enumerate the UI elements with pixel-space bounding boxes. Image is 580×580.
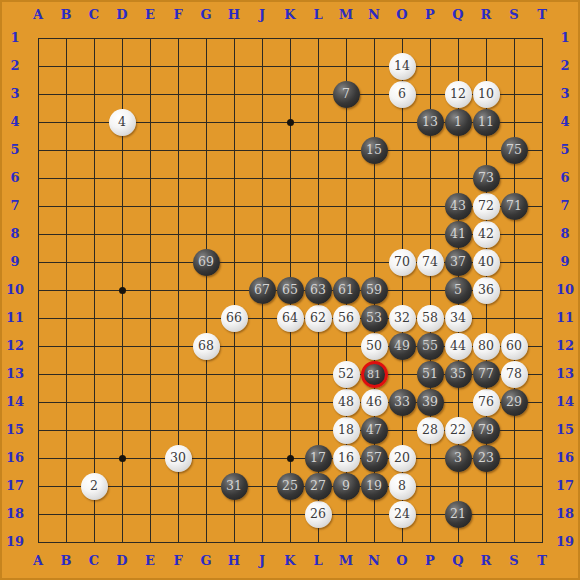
stone-black-3[interactable]: 3	[445, 445, 472, 472]
stone-black-23[interactable]: 23	[473, 445, 500, 472]
stone-black-11[interactable]: 11	[473, 109, 500, 136]
stone-black-59[interactable]: 59	[361, 277, 388, 304]
column-label: R	[472, 5, 500, 25]
stone-white-62[interactable]: 62	[305, 305, 332, 332]
stone-white-32[interactable]: 32	[389, 305, 416, 332]
stone-white-74[interactable]: 74	[417, 249, 444, 276]
column-label: T	[528, 5, 556, 25]
column-label: D	[108, 5, 136, 25]
stone-white-4[interactable]: 4	[109, 109, 136, 136]
stone-white-70[interactable]: 70	[389, 249, 416, 276]
star-point	[119, 287, 126, 294]
stone-black-49[interactable]: 49	[389, 333, 416, 360]
column-label: J	[248, 5, 276, 25]
stone-black-29[interactable]: 29	[501, 389, 528, 416]
stone-white-48[interactable]: 48	[333, 389, 360, 416]
stone-white-46[interactable]: 46	[361, 389, 388, 416]
stone-white-36[interactable]: 36	[473, 277, 500, 304]
stone-black-39[interactable]: 39	[417, 389, 444, 416]
column-label: P	[416, 5, 444, 25]
stone-black-37[interactable]: 37	[445, 249, 472, 276]
stone-white-20[interactable]: 20	[389, 445, 416, 472]
stone-white-68[interactable]: 68	[193, 333, 220, 360]
stone-black-9[interactable]: 9	[333, 473, 360, 500]
stone-white-42[interactable]: 42	[473, 221, 500, 248]
stone-black-27[interactable]: 27	[305, 473, 332, 500]
stone-black-71[interactable]: 71	[501, 193, 528, 220]
stone-white-66[interactable]: 66	[221, 305, 248, 332]
grid-line-horizontal	[38, 402, 543, 403]
column-label: K	[276, 5, 304, 25]
column-label: G	[192, 5, 220, 25]
stone-white-56[interactable]: 56	[333, 305, 360, 332]
stone-black-43[interactable]: 43	[445, 193, 472, 220]
stone-white-18[interactable]: 18	[333, 417, 360, 444]
stone-white-76[interactable]: 76	[473, 389, 500, 416]
column-label: E	[136, 5, 164, 25]
stone-white-26[interactable]: 26	[305, 501, 332, 528]
stone-black-51[interactable]: 51	[417, 361, 444, 388]
stone-black-75[interactable]: 75	[501, 137, 528, 164]
stone-black-5[interactable]: 5	[445, 277, 472, 304]
star-point	[287, 455, 294, 462]
stone-white-14[interactable]: 14	[389, 53, 416, 80]
column-label: L	[304, 5, 332, 25]
stone-black-25[interactable]: 25	[277, 473, 304, 500]
column-label: N	[360, 5, 388, 25]
stone-black-1[interactable]: 1	[445, 109, 472, 136]
stone-black-55[interactable]: 55	[417, 333, 444, 360]
column-label: O	[388, 5, 416, 25]
stone-black-47[interactable]: 47	[361, 417, 388, 444]
stone-white-12[interactable]: 12	[445, 81, 472, 108]
stone-white-22[interactable]: 22	[445, 417, 472, 444]
stone-white-64[interactable]: 64	[277, 305, 304, 332]
stone-white-10[interactable]: 10	[473, 81, 500, 108]
star-point	[119, 455, 126, 462]
stone-black-33[interactable]: 33	[389, 389, 416, 416]
stone-white-72[interactable]: 72	[473, 193, 500, 220]
stone-black-81-last-move[interactable]: 81	[361, 361, 388, 388]
stone-black-61[interactable]: 61	[333, 277, 360, 304]
stone-black-79[interactable]: 79	[473, 417, 500, 444]
stone-black-77[interactable]: 77	[473, 361, 500, 388]
stone-black-41[interactable]: 41	[445, 221, 472, 248]
stone-white-28[interactable]: 28	[417, 417, 444, 444]
column-label: B	[52, 5, 80, 25]
stone-black-7[interactable]: 7	[333, 81, 360, 108]
stone-black-17[interactable]: 17	[305, 445, 332, 472]
column-label: H	[220, 5, 248, 25]
stone-black-21[interactable]: 21	[445, 501, 472, 528]
stone-white-52[interactable]: 52	[333, 361, 360, 388]
stone-white-8[interactable]: 8	[389, 473, 416, 500]
stone-white-58[interactable]: 58	[417, 305, 444, 332]
stone-white-40[interactable]: 40	[473, 249, 500, 276]
stone-white-44[interactable]: 44	[445, 333, 472, 360]
stone-black-57[interactable]: 57	[361, 445, 388, 472]
stone-black-65[interactable]: 65	[277, 277, 304, 304]
column-label: A	[24, 5, 52, 25]
grid-line-vertical	[514, 38, 515, 543]
stone-white-6[interactable]: 6	[389, 81, 416, 108]
column-label: F	[164, 5, 192, 25]
column-label: C	[80, 5, 108, 25]
stone-black-35[interactable]: 35	[445, 361, 472, 388]
stone-black-63[interactable]: 63	[305, 277, 332, 304]
stone-white-16[interactable]: 16	[333, 445, 360, 472]
stone-white-78[interactable]: 78	[501, 361, 528, 388]
stone-white-34[interactable]: 34	[445, 305, 472, 332]
go-board[interactable]: 1234567891011121314151617181920212223242…	[24, 24, 556, 556]
stone-black-13[interactable]: 13	[417, 109, 444, 136]
column-label: Q	[444, 5, 472, 25]
stone-white-60[interactable]: 60	[501, 333, 528, 360]
stone-white-80[interactable]: 80	[473, 333, 500, 360]
stone-black-53[interactable]: 53	[361, 305, 388, 332]
stone-white-24[interactable]: 24	[389, 501, 416, 528]
stone-black-19[interactable]: 19	[361, 473, 388, 500]
star-point	[287, 119, 294, 126]
column-label: M	[332, 5, 360, 25]
stone-white-50[interactable]: 50	[361, 333, 388, 360]
go-game-diagram: ABCDEFGHJKLMNOPQRST ABCDEFGHJKLMNOPQRST …	[0, 0, 580, 580]
stone-white-2[interactable]: 2	[81, 473, 108, 500]
stone-white-30[interactable]: 30	[165, 445, 192, 472]
stone-black-15[interactable]: 15	[361, 137, 388, 164]
stone-black-31[interactable]: 31	[221, 473, 248, 500]
stone-black-67[interactable]: 67	[249, 277, 276, 304]
stone-black-73[interactable]: 73	[473, 165, 500, 192]
stone-black-69[interactable]: 69	[193, 249, 220, 276]
column-label: S	[500, 5, 528, 25]
